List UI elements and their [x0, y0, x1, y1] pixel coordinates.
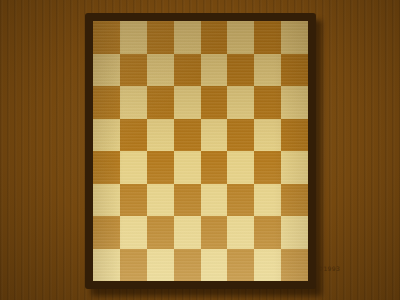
board-square[interactable] [201, 184, 228, 217]
board-square[interactable] [254, 119, 281, 152]
board-square[interactable] [174, 249, 201, 282]
board-square[interactable] [227, 119, 254, 152]
board-square[interactable] [93, 119, 120, 152]
board-frame [85, 13, 316, 289]
board-square[interactable] [147, 249, 174, 282]
board-square[interactable] [120, 216, 147, 249]
board-square[interactable] [93, 86, 120, 119]
board-square[interactable] [254, 86, 281, 119]
board-square[interactable] [93, 151, 120, 184]
board-square[interactable] [254, 54, 281, 87]
board-square[interactable] [93, 249, 120, 282]
board-square[interactable] [147, 151, 174, 184]
board-square[interactable] [147, 184, 174, 217]
board-square[interactable] [227, 184, 254, 217]
board-square[interactable] [227, 21, 254, 54]
board-square[interactable] [201, 216, 228, 249]
board-square[interactable] [120, 54, 147, 87]
board-square[interactable] [120, 249, 147, 282]
board-square[interactable] [281, 151, 308, 184]
board-square[interactable] [254, 21, 281, 54]
board-square[interactable] [201, 151, 228, 184]
board-square[interactable] [281, 216, 308, 249]
board-square[interactable] [254, 249, 281, 282]
board-square[interactable] [120, 184, 147, 217]
board-square[interactable] [120, 21, 147, 54]
board-square[interactable] [174, 21, 201, 54]
board-square[interactable] [174, 119, 201, 152]
board-square[interactable] [201, 21, 228, 54]
board-square[interactable] [147, 21, 174, 54]
board-square[interactable] [93, 54, 120, 87]
board-square[interactable] [174, 184, 201, 217]
board-square[interactable] [227, 249, 254, 282]
board-square[interactable] [147, 216, 174, 249]
board-square[interactable] [281, 21, 308, 54]
board-square[interactable] [201, 54, 228, 87]
watermark-text: ©1993 [317, 265, 340, 272]
board-square[interactable] [120, 119, 147, 152]
board-square[interactable] [201, 86, 228, 119]
board-square[interactable] [254, 151, 281, 184]
wooden-table-background: ©1993 [0, 0, 400, 300]
board-square[interactable] [174, 86, 201, 119]
board-square[interactable] [147, 54, 174, 87]
board-square[interactable] [174, 151, 201, 184]
board-square[interactable] [254, 216, 281, 249]
board-square[interactable] [227, 216, 254, 249]
board-square[interactable] [120, 86, 147, 119]
board-square[interactable] [174, 54, 201, 87]
board-square[interactable] [254, 184, 281, 217]
board-square[interactable] [93, 216, 120, 249]
board-square[interactable] [93, 21, 120, 54]
board-square[interactable] [174, 216, 201, 249]
board-square[interactable] [281, 86, 308, 119]
board-square[interactable] [147, 119, 174, 152]
board-square[interactable] [281, 119, 308, 152]
board-square[interactable] [281, 54, 308, 87]
board-square[interactable] [227, 151, 254, 184]
board-square[interactable] [120, 151, 147, 184]
board-square[interactable] [281, 184, 308, 217]
board-square[interactable] [147, 86, 174, 119]
board-square[interactable] [281, 249, 308, 282]
board-square[interactable] [93, 184, 120, 217]
board-square[interactable] [201, 119, 228, 152]
board-square[interactable] [227, 54, 254, 87]
game-board[interactable] [93, 21, 308, 281]
board-square[interactable] [201, 249, 228, 282]
board-square[interactable] [227, 86, 254, 119]
